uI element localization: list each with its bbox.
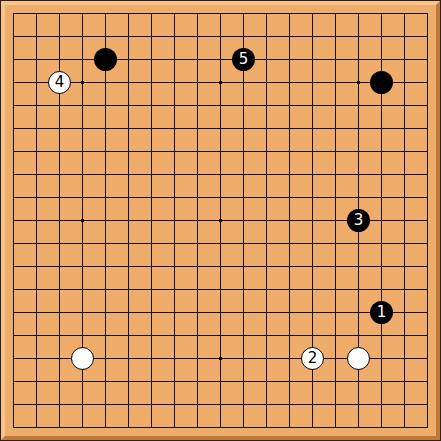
board-point-L14[interactable] (232, 117, 255, 140)
board-point-N8[interactable] (278, 255, 301, 278)
board-point-N13[interactable] (278, 140, 301, 163)
board-point-G11[interactable] (140, 186, 163, 209)
board-point-N16[interactable] (278, 71, 301, 94)
board-point-P7[interactable] (324, 278, 347, 301)
board-point-R5[interactable] (370, 324, 393, 347)
board-point-E16[interactable] (94, 71, 117, 94)
board-point-G15[interactable] (140, 94, 163, 117)
board-point-G7[interactable] (140, 278, 163, 301)
board-point-R18[interactable] (370, 25, 393, 48)
board-point-L13[interactable] (232, 140, 255, 163)
board-point-G1[interactable] (140, 416, 163, 439)
board-point-A5[interactable] (2, 324, 25, 347)
board-point-K11[interactable] (209, 186, 232, 209)
board-point-P9[interactable] (324, 232, 347, 255)
board-point-D8[interactable] (71, 255, 94, 278)
board-point-M18[interactable] (255, 25, 278, 48)
board-point-A10[interactable] (2, 209, 25, 232)
board-point-C14[interactable] (48, 117, 71, 140)
board-point-J1[interactable] (186, 416, 209, 439)
board-point-O17[interactable] (301, 48, 324, 71)
board-point-G12[interactable] (140, 163, 163, 186)
board-point-M16[interactable] (255, 71, 278, 94)
board-point-A2[interactable] (2, 393, 25, 416)
board-point-M10[interactable] (255, 209, 278, 232)
board-point-G5[interactable] (140, 324, 163, 347)
board-point-F14[interactable] (117, 117, 140, 140)
board-point-R13[interactable] (370, 140, 393, 163)
board-point-O5[interactable] (301, 324, 324, 347)
board-point-J8[interactable] (186, 255, 209, 278)
board-point-T4[interactable] (416, 347, 439, 370)
board-point-T3[interactable] (416, 370, 439, 393)
board-point-H2[interactable] (163, 393, 186, 416)
board-point-S19[interactable] (393, 2, 416, 25)
board-point-S13[interactable] (393, 140, 416, 163)
board-point-S10[interactable] (393, 209, 416, 232)
board-point-B14[interactable] (25, 117, 48, 140)
board-point-T19[interactable] (416, 2, 439, 25)
board-point-S4[interactable] (393, 347, 416, 370)
board-point-J11[interactable] (186, 186, 209, 209)
board-point-J5[interactable] (186, 324, 209, 347)
board-point-K8[interactable] (209, 255, 232, 278)
board-point-E17[interactable] (94, 48, 117, 71)
board-point-M13[interactable] (255, 140, 278, 163)
board-point-E7[interactable] (94, 278, 117, 301)
board-point-N19[interactable] (278, 2, 301, 25)
board-point-G14[interactable] (140, 117, 163, 140)
board-point-J2[interactable] (186, 393, 209, 416)
board-point-D19[interactable] (71, 2, 94, 25)
board-point-L3[interactable] (232, 370, 255, 393)
board-point-M6[interactable] (255, 301, 278, 324)
board-point-A15[interactable] (2, 94, 25, 117)
board-point-P17[interactable] (324, 48, 347, 71)
board-point-B18[interactable] (25, 25, 48, 48)
board-point-C10[interactable] (48, 209, 71, 232)
board-point-S1[interactable] (393, 416, 416, 439)
board-point-K1[interactable] (209, 416, 232, 439)
board-point-K7[interactable] (209, 278, 232, 301)
board-point-F4[interactable] (117, 347, 140, 370)
board-point-K19[interactable] (209, 2, 232, 25)
board-point-K3[interactable] (209, 370, 232, 393)
board-point-D17[interactable] (71, 48, 94, 71)
board-point-G16[interactable] (140, 71, 163, 94)
board-point-Q10[interactable]: 3 (347, 209, 370, 232)
board-point-B6[interactable] (25, 301, 48, 324)
board-point-A6[interactable] (2, 301, 25, 324)
board-point-F1[interactable] (117, 416, 140, 439)
board-point-K2[interactable] (209, 393, 232, 416)
board-point-P13[interactable] (324, 140, 347, 163)
board-point-S11[interactable] (393, 186, 416, 209)
board-point-O9[interactable] (301, 232, 324, 255)
board-point-L17[interactable]: 5 (232, 48, 255, 71)
board-point-C1[interactable] (48, 416, 71, 439)
board-point-D9[interactable] (71, 232, 94, 255)
board-point-J14[interactable] (186, 117, 209, 140)
board-point-O12[interactable] (301, 163, 324, 186)
board-point-J3[interactable] (186, 370, 209, 393)
board-point-D7[interactable] (71, 278, 94, 301)
board-point-M7[interactable] (255, 278, 278, 301)
board-point-S17[interactable] (393, 48, 416, 71)
board-point-Q14[interactable] (347, 117, 370, 140)
board-point-C2[interactable] (48, 393, 71, 416)
board-point-T11[interactable] (416, 186, 439, 209)
board-point-T10[interactable] (416, 209, 439, 232)
board-point-T1[interactable] (416, 416, 439, 439)
board-point-R10[interactable] (370, 209, 393, 232)
board-point-T16[interactable] (416, 71, 439, 94)
board-point-D16[interactable] (71, 71, 94, 94)
board-point-G10[interactable] (140, 209, 163, 232)
board-point-N7[interactable] (278, 278, 301, 301)
board-point-K12[interactable] (209, 163, 232, 186)
board-point-A3[interactable] (2, 370, 25, 393)
board-point-N9[interactable] (278, 232, 301, 255)
board-point-Q2[interactable] (347, 393, 370, 416)
board-point-E6[interactable] (94, 301, 117, 324)
board-point-N15[interactable] (278, 94, 301, 117)
board-point-G9[interactable] (140, 232, 163, 255)
board-point-F16[interactable] (117, 71, 140, 94)
board-point-F3[interactable] (117, 370, 140, 393)
board-point-N1[interactable] (278, 416, 301, 439)
board-point-P15[interactable] (324, 94, 347, 117)
board-point-T12[interactable] (416, 163, 439, 186)
board-point-F18[interactable] (117, 25, 140, 48)
board-point-Q17[interactable] (347, 48, 370, 71)
board-point-G6[interactable] (140, 301, 163, 324)
board-point-A1[interactable] (2, 416, 25, 439)
board-point-C13[interactable] (48, 140, 71, 163)
board-point-N14[interactable] (278, 117, 301, 140)
board-point-C17[interactable] (48, 48, 71, 71)
board-point-E9[interactable] (94, 232, 117, 255)
board-point-R2[interactable] (370, 393, 393, 416)
board-point-O14[interactable] (301, 117, 324, 140)
board-point-O15[interactable] (301, 94, 324, 117)
board-point-R8[interactable] (370, 255, 393, 278)
board-point-T8[interactable] (416, 255, 439, 278)
board-point-Q16[interactable] (347, 71, 370, 94)
board-point-O10[interactable] (301, 209, 324, 232)
board-point-R15[interactable] (370, 94, 393, 117)
board-point-J19[interactable] (186, 2, 209, 25)
board-point-T15[interactable] (416, 94, 439, 117)
board-point-G18[interactable] (140, 25, 163, 48)
board-point-B12[interactable] (25, 163, 48, 186)
board-point-R17[interactable] (370, 48, 393, 71)
board-point-G3[interactable] (140, 370, 163, 393)
board-point-B8[interactable] (25, 255, 48, 278)
board-point-Q13[interactable] (347, 140, 370, 163)
board-point-S16[interactable] (393, 71, 416, 94)
board-point-T17[interactable] (416, 48, 439, 71)
board-point-G4[interactable] (140, 347, 163, 370)
board-point-J6[interactable] (186, 301, 209, 324)
board-point-O13[interactable] (301, 140, 324, 163)
board-point-D14[interactable] (71, 117, 94, 140)
board-point-R4[interactable] (370, 347, 393, 370)
board-point-L5[interactable] (232, 324, 255, 347)
board-point-H3[interactable] (163, 370, 186, 393)
board-point-E13[interactable] (94, 140, 117, 163)
board-point-A16[interactable] (2, 71, 25, 94)
board-point-D4[interactable] (71, 347, 94, 370)
board-point-D10[interactable] (71, 209, 94, 232)
board-point-C11[interactable] (48, 186, 71, 209)
board-point-E1[interactable] (94, 416, 117, 439)
board-point-F6[interactable] (117, 301, 140, 324)
board-point-T6[interactable] (416, 301, 439, 324)
board-point-T9[interactable] (416, 232, 439, 255)
board-point-J13[interactable] (186, 140, 209, 163)
board-point-D12[interactable] (71, 163, 94, 186)
board-point-Q18[interactable] (347, 25, 370, 48)
board-point-K9[interactable] (209, 232, 232, 255)
board-point-C18[interactable] (48, 25, 71, 48)
board-point-P6[interactable] (324, 301, 347, 324)
board-point-J16[interactable] (186, 71, 209, 94)
board-point-Q6[interactable] (347, 301, 370, 324)
board-point-T14[interactable] (416, 117, 439, 140)
board-point-R1[interactable] (370, 416, 393, 439)
board-point-B10[interactable] (25, 209, 48, 232)
board-point-Q11[interactable] (347, 186, 370, 209)
board-point-G8[interactable] (140, 255, 163, 278)
board-point-O2[interactable] (301, 393, 324, 416)
board-point-N6[interactable] (278, 301, 301, 324)
board-point-O8[interactable] (301, 255, 324, 278)
board-point-A18[interactable] (2, 25, 25, 48)
board-point-J18[interactable] (186, 25, 209, 48)
board-point-E14[interactable] (94, 117, 117, 140)
board-point-J12[interactable] (186, 163, 209, 186)
board-point-H17[interactable] (163, 48, 186, 71)
board-point-M9[interactable] (255, 232, 278, 255)
board-point-L10[interactable] (232, 209, 255, 232)
board-point-K10[interactable] (209, 209, 232, 232)
board-point-B7[interactable] (25, 278, 48, 301)
board-point-Q15[interactable] (347, 94, 370, 117)
board-point-P2[interactable] (324, 393, 347, 416)
board-point-N11[interactable] (278, 186, 301, 209)
board-point-B5[interactable] (25, 324, 48, 347)
board-point-M1[interactable] (255, 416, 278, 439)
board-point-H12[interactable] (163, 163, 186, 186)
board-point-Q4[interactable] (347, 347, 370, 370)
board-point-T7[interactable] (416, 278, 439, 301)
board-point-D11[interactable] (71, 186, 94, 209)
board-point-T13[interactable] (416, 140, 439, 163)
board-point-L18[interactable] (232, 25, 255, 48)
board-point-H10[interactable] (163, 209, 186, 232)
board-point-N2[interactable] (278, 393, 301, 416)
board-point-E2[interactable] (94, 393, 117, 416)
board-point-R6[interactable]: 1 (370, 301, 393, 324)
board-point-C6[interactable] (48, 301, 71, 324)
board-point-B16[interactable] (25, 71, 48, 94)
board-point-S14[interactable] (393, 117, 416, 140)
board-point-H1[interactable] (163, 416, 186, 439)
board-point-Q9[interactable] (347, 232, 370, 255)
board-point-L2[interactable] (232, 393, 255, 416)
board-point-K16[interactable] (209, 71, 232, 94)
board-point-F7[interactable] (117, 278, 140, 301)
board-point-S18[interactable] (393, 25, 416, 48)
board-point-F12[interactable] (117, 163, 140, 186)
board-point-O19[interactable] (301, 2, 324, 25)
board-point-L19[interactable] (232, 2, 255, 25)
board-point-S15[interactable] (393, 94, 416, 117)
board-point-B19[interactable] (25, 2, 48, 25)
board-point-R3[interactable] (370, 370, 393, 393)
board-point-E8[interactable] (94, 255, 117, 278)
board-point-C9[interactable] (48, 232, 71, 255)
board-point-F10[interactable] (117, 209, 140, 232)
board-point-P1[interactable] (324, 416, 347, 439)
board-point-M11[interactable] (255, 186, 278, 209)
board-point-K18[interactable] (209, 25, 232, 48)
board-point-L7[interactable] (232, 278, 255, 301)
board-point-K13[interactable] (209, 140, 232, 163)
board-point-K17[interactable] (209, 48, 232, 71)
board-point-C12[interactable] (48, 163, 71, 186)
board-point-D5[interactable] (71, 324, 94, 347)
go-board-grid[interactable]: 54312 (2, 2, 439, 439)
board-point-L16[interactable] (232, 71, 255, 94)
board-point-F19[interactable] (117, 2, 140, 25)
board-point-F8[interactable] (117, 255, 140, 278)
board-point-R16[interactable] (370, 71, 393, 94)
board-point-Q1[interactable] (347, 416, 370, 439)
board-point-L9[interactable] (232, 232, 255, 255)
board-point-F13[interactable] (117, 140, 140, 163)
board-point-K14[interactable] (209, 117, 232, 140)
board-point-S2[interactable] (393, 393, 416, 416)
board-point-N17[interactable] (278, 48, 301, 71)
board-point-D18[interactable] (71, 25, 94, 48)
board-point-N10[interactable] (278, 209, 301, 232)
board-point-H11[interactable] (163, 186, 186, 209)
board-point-J4[interactable] (186, 347, 209, 370)
board-point-N12[interactable] (278, 163, 301, 186)
board-point-R9[interactable] (370, 232, 393, 255)
board-point-L15[interactable] (232, 94, 255, 117)
board-point-C5[interactable] (48, 324, 71, 347)
board-point-F2[interactable] (117, 393, 140, 416)
board-point-O6[interactable] (301, 301, 324, 324)
board-point-N18[interactable] (278, 25, 301, 48)
board-point-E10[interactable] (94, 209, 117, 232)
board-point-L11[interactable] (232, 186, 255, 209)
board-point-D2[interactable] (71, 393, 94, 416)
board-point-H16[interactable] (163, 71, 186, 94)
board-point-E12[interactable] (94, 163, 117, 186)
board-point-M5[interactable] (255, 324, 278, 347)
board-point-P14[interactable] (324, 117, 347, 140)
board-point-S5[interactable] (393, 324, 416, 347)
board-point-M3[interactable] (255, 370, 278, 393)
board-point-Q7[interactable] (347, 278, 370, 301)
board-point-D1[interactable] (71, 416, 94, 439)
board-point-H18[interactable] (163, 25, 186, 48)
board-point-K4[interactable] (209, 347, 232, 370)
board-point-F5[interactable] (117, 324, 140, 347)
board-point-H15[interactable] (163, 94, 186, 117)
board-point-S12[interactable] (393, 163, 416, 186)
board-point-E11[interactable] (94, 186, 117, 209)
board-point-G19[interactable] (140, 2, 163, 25)
board-point-P19[interactable] (324, 2, 347, 25)
board-point-M12[interactable] (255, 163, 278, 186)
board-point-J9[interactable] (186, 232, 209, 255)
board-point-A7[interactable] (2, 278, 25, 301)
board-point-M2[interactable] (255, 393, 278, 416)
board-point-R19[interactable] (370, 2, 393, 25)
board-point-B1[interactable] (25, 416, 48, 439)
board-point-E3[interactable] (94, 370, 117, 393)
board-point-K6[interactable] (209, 301, 232, 324)
board-point-B9[interactable] (25, 232, 48, 255)
board-point-B17[interactable] (25, 48, 48, 71)
board-point-Q8[interactable] (347, 255, 370, 278)
board-point-R11[interactable] (370, 186, 393, 209)
board-point-L4[interactable] (232, 347, 255, 370)
board-point-O1[interactable] (301, 416, 324, 439)
board-point-T5[interactable] (416, 324, 439, 347)
board-point-A12[interactable] (2, 163, 25, 186)
board-point-Q3[interactable] (347, 370, 370, 393)
board-point-F9[interactable] (117, 232, 140, 255)
board-point-M17[interactable] (255, 48, 278, 71)
board-point-O18[interactable] (301, 25, 324, 48)
board-point-P18[interactable] (324, 25, 347, 48)
board-point-M14[interactable] (255, 117, 278, 140)
board-point-O3[interactable] (301, 370, 324, 393)
board-point-M4[interactable] (255, 347, 278, 370)
board-point-P3[interactable] (324, 370, 347, 393)
board-point-D6[interactable] (71, 301, 94, 324)
board-point-M15[interactable] (255, 94, 278, 117)
board-point-P11[interactable] (324, 186, 347, 209)
board-point-O11[interactable] (301, 186, 324, 209)
board-point-O16[interactable] (301, 71, 324, 94)
board-point-G17[interactable] (140, 48, 163, 71)
board-point-B4[interactable] (25, 347, 48, 370)
board-point-P8[interactable] (324, 255, 347, 278)
board-point-Q5[interactable] (347, 324, 370, 347)
board-point-R7[interactable] (370, 278, 393, 301)
board-point-E5[interactable] (94, 324, 117, 347)
board-point-T18[interactable] (416, 25, 439, 48)
board-point-E4[interactable] (94, 347, 117, 370)
board-point-L6[interactable] (232, 301, 255, 324)
board-point-F17[interactable] (117, 48, 140, 71)
board-point-H8[interactable] (163, 255, 186, 278)
board-point-A8[interactable] (2, 255, 25, 278)
board-point-S7[interactable] (393, 278, 416, 301)
board-point-H19[interactable] (163, 2, 186, 25)
board-point-L1[interactable] (232, 416, 255, 439)
board-point-E18[interactable] (94, 25, 117, 48)
board-point-H9[interactable] (163, 232, 186, 255)
board-point-C16[interactable]: 4 (48, 71, 71, 94)
